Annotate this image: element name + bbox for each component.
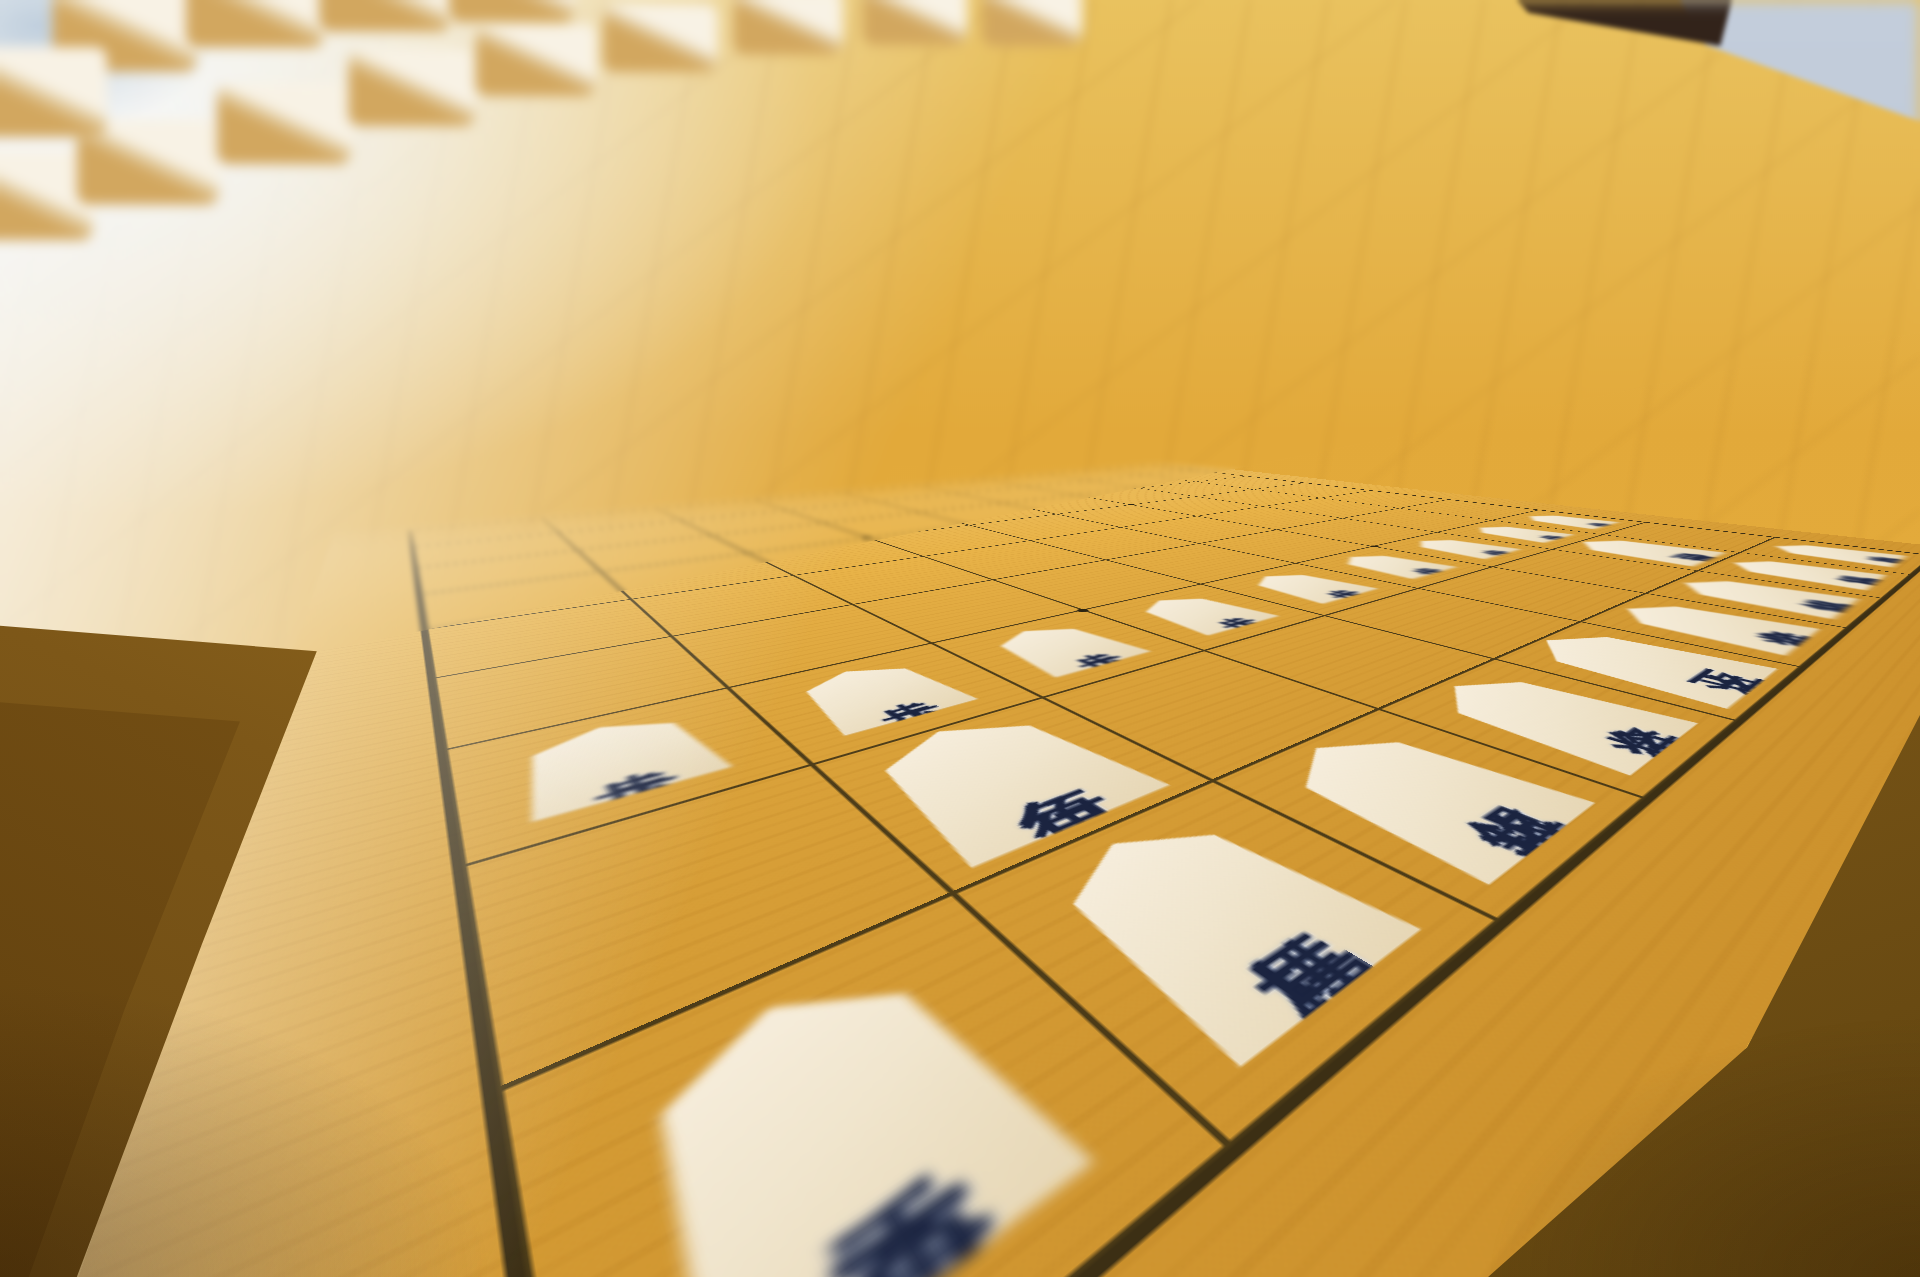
- koma-kanji: 桂馬: [1168, 884, 1251, 932]
- gote-piece-blurred: [476, 24, 596, 96]
- gote-piece-blurred: [349, 50, 476, 126]
- koma-kanji: 銀将: [1390, 774, 1446, 804]
- gote-piece-blurred: [319, 0, 451, 32]
- koma-kanji: 歩兵: [577, 746, 657, 769]
- koma-kanji: 歩兵: [1560, 519, 1575, 522]
- gote-piece-blurred: [0, 47, 107, 137]
- koma-kanji: 歩兵: [1380, 562, 1403, 568]
- gote-piece-blurred: [982, 0, 1082, 46]
- koma-kanji: 桂馬: [1794, 569, 1810, 575]
- gote-piece-blurred: [603, 4, 717, 72]
- koma-kanji: 王将: [1625, 654, 1657, 670]
- gote-piece-blurred: [217, 84, 351, 164]
- koma-kanji: 飛車: [1634, 547, 1653, 553]
- koma-kanji: 歩兵: [1182, 608, 1216, 617]
- gote-piece-blurred: [734, 0, 843, 55]
- koma-kanji: 歩兵: [1451, 545, 1471, 550]
- koma-kanji: 金将: [1531, 704, 1571, 724]
- koma-kanji: 銀将: [1751, 591, 1771, 600]
- koma-kanji: 金将: [1697, 619, 1721, 630]
- gote-piece-blurred: [186, 0, 324, 48]
- koma-kanji: 歩兵: [1292, 582, 1320, 589]
- shogi-photo-scene: 飛車香車桂馬銀将金将歩兵歩兵歩兵歩兵王将歩兵金将歩兵銀将歩兵桂馬歩兵角行歩兵香車: [0, 0, 1920, 1277]
- koma-kanji: 香車: [1828, 551, 1841, 556]
- gote-piece-blurred: [449, 0, 575, 22]
- gote-piece-blurred: [863, 0, 967, 45]
- koma-kanji: 歩兵: [1040, 641, 1083, 652]
- koma-kanji: 歩兵: [849, 685, 906, 701]
- koma-kanji: 香車: [763, 1078, 906, 1167]
- koma-kanji: 角行: [960, 758, 1040, 787]
- koma-kanji: 歩兵: [1510, 531, 1527, 535]
